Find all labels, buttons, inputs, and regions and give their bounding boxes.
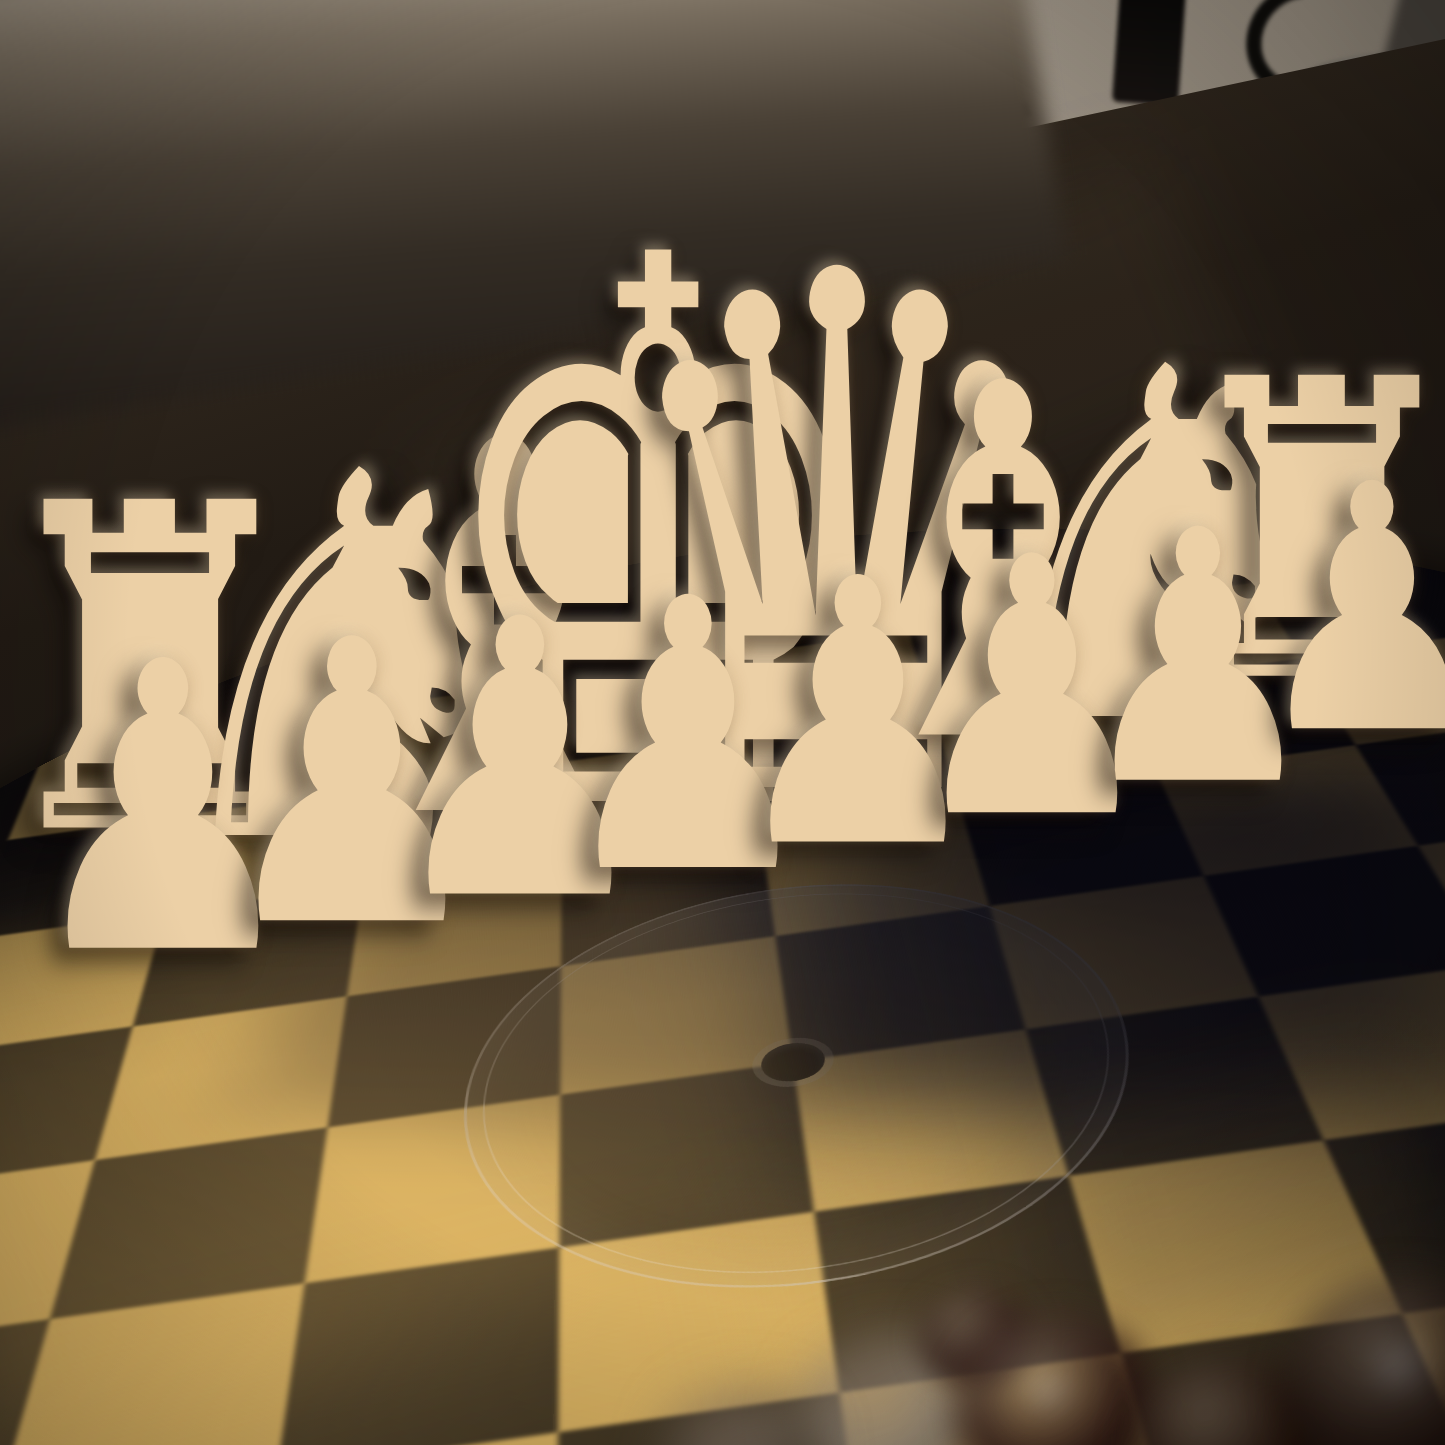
- photo-scene: ♜♞♝♚♛♝♞♜♟♟♟♟♟♟♟♟: [0, 0, 1445, 1445]
- black-pieces-foreground: [0, 0, 1445, 1445]
- specular-highlight: [1028, 1376, 1068, 1406]
- blurred-black-piece: [1286, 1278, 1445, 1445]
- blurred-black-piece: [672, 1392, 812, 1445]
- specular-highlight: [1374, 1348, 1423, 1383]
